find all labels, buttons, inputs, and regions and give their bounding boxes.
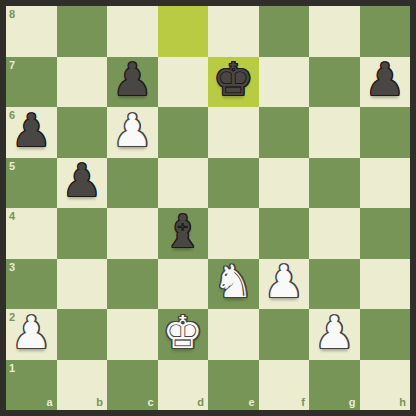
square-g6[interactable] [309,107,360,158]
square-e2[interactable] [208,309,259,360]
square-g7[interactable] [309,57,360,108]
file-label-f: f [301,397,305,408]
square-b8[interactable] [57,6,108,57]
square-a2[interactable]: 2♟ [6,309,57,360]
square-c8[interactable] [107,6,158,57]
square-g1[interactable]: g [309,360,360,411]
square-a5[interactable]: 5 [6,158,57,209]
square-b5[interactable]: ♟ [57,158,108,209]
square-f7[interactable] [259,57,310,108]
file-label-e: e [248,397,254,408]
piece-white-king[interactable]: ♚ [163,310,203,355]
square-h7[interactable]: ♟ [360,57,411,108]
square-b7[interactable] [57,57,108,108]
square-e3[interactable]: ♞ [208,259,259,310]
square-d8[interactable] [158,6,209,57]
piece-black-bishop[interactable]: ♝ [163,209,203,254]
square-f6[interactable] [259,107,310,158]
square-e5[interactable] [208,158,259,209]
square-h6[interactable] [360,107,411,158]
square-c2[interactable] [107,309,158,360]
square-e1[interactable]: e [208,360,259,411]
piece-black-pawn[interactable]: ♟ [62,158,102,203]
square-g4[interactable] [309,208,360,259]
square-e6[interactable] [208,107,259,158]
square-h5[interactable] [360,158,411,209]
piece-black-pawn[interactable]: ♟ [11,108,51,153]
square-c3[interactable] [107,259,158,310]
rank-label-1: 1 [9,363,15,374]
square-d2[interactable]: ♚ [158,309,209,360]
square-f3[interactable]: ♟ [259,259,310,310]
square-f4[interactable] [259,208,310,259]
piece-white-knight[interactable]: ♞ [213,259,253,304]
square-d3[interactable] [158,259,209,310]
square-h1[interactable]: h [360,360,411,411]
piece-white-pawn[interactable]: ♟ [11,310,51,355]
square-f2[interactable] [259,309,310,360]
square-c5[interactable] [107,158,158,209]
square-c7[interactable]: ♟ [107,57,158,108]
square-g8[interactable] [309,6,360,57]
piece-black-pawn[interactable]: ♟ [112,57,152,102]
piece-white-pawn[interactable]: ♟ [112,108,152,153]
square-e4[interactable] [208,208,259,259]
square-d4[interactable]: ♝ [158,208,209,259]
piece-black-pawn[interactable]: ♟ [365,57,405,102]
square-a3[interactable]: 3 [6,259,57,310]
square-d1[interactable]: d [158,360,209,411]
square-c4[interactable] [107,208,158,259]
square-h3[interactable] [360,259,411,310]
square-e8[interactable] [208,6,259,57]
chess-board: 87♟♚♟6♟♟5♟4♝3♞♟2♟♚♟1abcdefgh [6,6,410,410]
rank-label-8: 8 [9,9,15,20]
square-a7[interactable]: 7 [6,57,57,108]
square-b1[interactable]: b [57,360,108,411]
square-c6[interactable]: ♟ [107,107,158,158]
square-d5[interactable] [158,158,209,209]
square-d7[interactable] [158,57,209,108]
square-a4[interactable]: 4 [6,208,57,259]
file-label-c: c [147,397,153,408]
rank-label-3: 3 [9,262,15,273]
file-label-g: g [349,397,356,408]
square-a6[interactable]: 6♟ [6,107,57,158]
square-h4[interactable] [360,208,411,259]
square-b4[interactable] [57,208,108,259]
file-label-h: h [399,397,406,408]
square-g3[interactable] [309,259,360,310]
piece-black-king[interactable]: ♚ [213,57,253,102]
file-label-a: a [46,397,52,408]
square-g2[interactable]: ♟ [309,309,360,360]
square-h8[interactable] [360,6,411,57]
rank-label-5: 5 [9,161,15,172]
square-b3[interactable] [57,259,108,310]
rank-label-7: 7 [9,60,15,71]
square-b2[interactable] [57,309,108,360]
square-g5[interactable] [309,158,360,209]
square-a8[interactable]: 8 [6,6,57,57]
square-c1[interactable]: c [107,360,158,411]
square-a1[interactable]: 1a [6,360,57,411]
file-label-b: b [96,397,103,408]
square-f1[interactable]: f [259,360,310,411]
rank-label-4: 4 [9,211,15,222]
square-e7[interactable]: ♚ [208,57,259,108]
square-h2[interactable] [360,309,411,360]
piece-white-pawn[interactable]: ♟ [264,259,304,304]
chess-board-frame: 87♟♚♟6♟♟5♟4♝3♞♟2♟♚♟1abcdefgh [0,0,416,416]
square-b6[interactable] [57,107,108,158]
square-d6[interactable] [158,107,209,158]
piece-white-pawn[interactable]: ♟ [314,310,354,355]
square-f5[interactable] [259,158,310,209]
square-f8[interactable] [259,6,310,57]
file-label-d: d [197,397,204,408]
